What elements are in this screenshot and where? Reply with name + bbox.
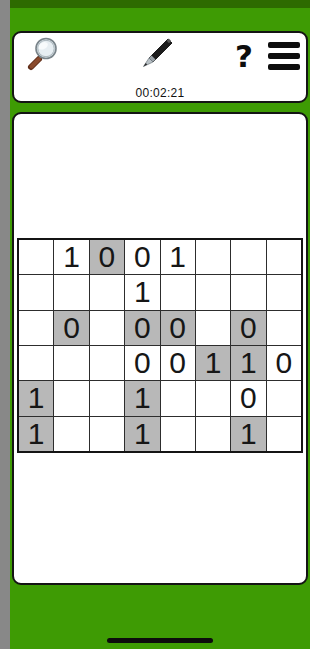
cell-r3c4[interactable]: 0 <box>125 311 159 345</box>
cell-r3c5[interactable]: 0 <box>161 311 195 345</box>
help-button[interactable]: ? <box>227 34 261 78</box>
cell-r4c8[interactable]: 0 <box>267 346 301 380</box>
cell-r1c1[interactable] <box>19 240 53 274</box>
menu-button[interactable] <box>268 42 300 70</box>
cell-r1c3[interactable]: 0 <box>90 240 124 274</box>
cell-r4c2[interactable] <box>54 346 88 380</box>
cell-r5c2[interactable] <box>54 381 88 415</box>
cell-r3c1[interactable] <box>19 311 53 345</box>
cell-r6c2[interactable] <box>54 417 88 451</box>
game-timer: 00:02:21 <box>14 86 306 100</box>
cell-r1c4[interactable]: 0 <box>125 240 159 274</box>
cell-r4c7[interactable]: 1 <box>231 346 265 380</box>
status-bar-strip <box>10 0 310 8</box>
cell-r4c3[interactable] <box>90 346 124 380</box>
cell-r5c7[interactable]: 0 <box>231 381 265 415</box>
cell-r5c6[interactable] <box>196 381 230 415</box>
cell-r2c8[interactable] <box>267 275 301 309</box>
cell-r6c4[interactable]: 1 <box>125 417 159 451</box>
home-indicator[interactable] <box>107 638 213 643</box>
cell-r2c2[interactable] <box>54 275 88 309</box>
menu-icon <box>268 42 300 70</box>
cell-r5c8[interactable] <box>267 381 301 415</box>
cell-r2c7[interactable] <box>231 275 265 309</box>
cell-r6c1[interactable]: 1 <box>19 417 53 451</box>
cell-r3c6[interactable] <box>196 311 230 345</box>
cell-r3c2[interactable]: 0 <box>54 311 88 345</box>
cell-r4c6[interactable]: 1 <box>196 346 230 380</box>
cell-r3c7[interactable]: 0 <box>231 311 265 345</box>
cell-r2c1[interactable] <box>19 275 53 309</box>
cell-r1c6[interactable] <box>196 240 230 274</box>
magnifier-icon <box>26 36 60 76</box>
cell-r2c5[interactable] <box>161 275 195 309</box>
magnifier-button[interactable] <box>26 38 60 74</box>
cell-r6c5[interactable] <box>161 417 195 451</box>
cell-r3c8[interactable] <box>267 311 301 345</box>
cell-r1c8[interactable] <box>267 240 301 274</box>
cell-r4c1[interactable] <box>19 346 53 380</box>
cell-r1c2[interactable]: 1 <box>54 240 88 274</box>
cell-r6c8[interactable] <box>267 417 301 451</box>
cell-r2c3[interactable] <box>90 275 124 309</box>
cell-r6c6[interactable] <box>196 417 230 451</box>
cell-r3c3[interactable] <box>90 311 124 345</box>
app-screen: ? 00:02:21 10011000000110110111 <box>10 0 310 649</box>
cell-r5c4[interactable]: 1 <box>125 381 159 415</box>
cell-r1c7[interactable] <box>231 240 265 274</box>
cell-r5c1[interactable]: 1 <box>19 381 53 415</box>
pen-icon <box>136 34 176 78</box>
toolbar: ? 00:02:21 <box>12 31 308 103</box>
cell-r6c3[interactable] <box>90 417 124 451</box>
cell-r5c5[interactable] <box>161 381 195 415</box>
puzzle-grid: 10011000000110110111 <box>17 238 303 453</box>
cell-r6c7[interactable]: 1 <box>231 417 265 451</box>
cell-r4c4[interactable]: 0 <box>125 346 159 380</box>
cell-r5c3[interactable] <box>90 381 124 415</box>
cell-r1c5[interactable]: 1 <box>161 240 195 274</box>
cell-r2c6[interactable] <box>196 275 230 309</box>
help-icon: ? <box>235 38 253 74</box>
cell-r2c4[interactable]: 1 <box>125 275 159 309</box>
cell-r4c5[interactable]: 0 <box>161 346 195 380</box>
pen-mode-button[interactable] <box>136 36 176 76</box>
